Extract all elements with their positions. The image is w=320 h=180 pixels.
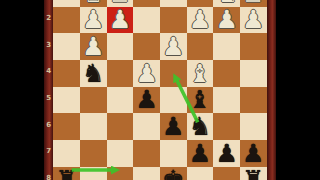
square-b8[interactable] <box>213 167 240 180</box>
chess-thumbnail: ♚♜♞♜♟♟♟♟♟♟♟♞♟♝♟♝♟♞♟♟♟♜♚♜ 2345678 <box>0 0 320 180</box>
square-c6[interactable]: ♞ <box>187 113 214 140</box>
white-knight-b1: ♞ <box>213 0 240 7</box>
square-g2[interactable]: ♟ <box>80 7 107 34</box>
square-f4[interactable] <box>107 60 134 87</box>
black-knight-c6: ♞ <box>187 113 214 140</box>
square-e2[interactable] <box>133 7 160 34</box>
square-b5[interactable] <box>213 87 240 114</box>
black-knight-g4: ♞ <box>80 60 107 87</box>
square-h5[interactable] <box>53 87 80 114</box>
square-g3[interactable]: ♟ <box>80 33 107 60</box>
white-pawn-d3: ♟ <box>160 33 187 60</box>
white-pawn-b2: ♟ <box>213 7 240 34</box>
square-d4[interactable] <box>160 60 187 87</box>
white-rook-a1: ♜ <box>240 0 267 7</box>
square-a6[interactable] <box>240 113 267 140</box>
square-d1[interactable] <box>160 0 187 7</box>
white-pawn-a2: ♟ <box>240 7 267 34</box>
white-pawn-f2: ♟ <box>107 7 134 34</box>
square-g4[interactable]: ♞ <box>80 60 107 87</box>
white-rook-f1: ♜ <box>107 0 134 7</box>
white-pawn-g2: ♟ <box>80 7 107 34</box>
square-e6[interactable] <box>133 113 160 140</box>
square-a3[interactable] <box>240 33 267 60</box>
square-f1[interactable]: ♜ <box>107 0 134 7</box>
square-e5[interactable]: ♟ <box>133 87 160 114</box>
square-g1[interactable]: ♚ <box>80 0 107 7</box>
square-h3[interactable] <box>53 33 80 60</box>
square-c3[interactable] <box>187 33 214 60</box>
square-c7[interactable]: ♟ <box>187 140 214 167</box>
square-a5[interactable] <box>240 87 267 114</box>
square-a8[interactable]: ♜ <box>240 167 267 180</box>
square-e4[interactable]: ♟ <box>133 60 160 87</box>
square-b2[interactable]: ♟ <box>213 7 240 34</box>
black-pawn-c7: ♟ <box>187 140 214 167</box>
white-pawn-g3: ♟ <box>80 33 107 60</box>
square-f7[interactable] <box>107 140 134 167</box>
square-h2[interactable] <box>53 7 80 34</box>
square-a1[interactable]: ♜ <box>240 0 267 7</box>
square-f8[interactable] <box>107 167 134 180</box>
square-b3[interactable] <box>213 33 240 60</box>
square-a4[interactable] <box>240 60 267 87</box>
square-f3[interactable] <box>107 33 134 60</box>
square-h4[interactable] <box>53 60 80 87</box>
square-g5[interactable] <box>80 87 107 114</box>
square-f5[interactable] <box>107 87 134 114</box>
square-g7[interactable] <box>80 140 107 167</box>
square-f2[interactable]: ♟ <box>107 7 134 34</box>
black-rook-a8: ♜ <box>240 167 267 180</box>
white-king-g1: ♚ <box>80 0 107 7</box>
white-pawn-c2: ♟ <box>187 7 214 34</box>
square-a7[interactable]: ♟ <box>240 140 267 167</box>
chess-board: ♚♜♞♜♟♟♟♟♟♟♟♞♟♝♟♝♟♞♟♟♟♜♚♜ <box>53 0 266 180</box>
square-c5[interactable]: ♝ <box>187 87 214 114</box>
white-bishop-c4: ♝ <box>187 60 214 87</box>
square-d8[interactable]: ♚ <box>160 167 187 180</box>
square-f6[interactable] <box>107 113 134 140</box>
square-d3[interactable]: ♟ <box>160 33 187 60</box>
square-e8[interactable] <box>133 167 160 180</box>
white-pawn-e4: ♟ <box>133 60 160 87</box>
square-h8[interactable]: ♜ <box>53 167 80 180</box>
square-d7[interactable] <box>160 140 187 167</box>
square-g6[interactable] <box>80 113 107 140</box>
square-h6[interactable] <box>53 113 80 140</box>
square-g8[interactable] <box>80 167 107 180</box>
square-d2[interactable] <box>160 7 187 34</box>
black-king-d8: ♚ <box>160 167 187 180</box>
square-c2[interactable]: ♟ <box>187 7 214 34</box>
square-b4[interactable] <box>213 60 240 87</box>
board-frame-right <box>267 0 276 180</box>
square-h7[interactable] <box>53 140 80 167</box>
black-rook-h8: ♜ <box>53 167 80 180</box>
square-c4[interactable]: ♝ <box>187 60 214 87</box>
square-c8[interactable] <box>187 167 214 180</box>
board-frame-left <box>44 0 53 180</box>
square-d5[interactable] <box>160 87 187 114</box>
square-a2[interactable]: ♟ <box>240 7 267 34</box>
square-c1[interactable] <box>187 0 214 7</box>
black-pawn-b7: ♟ <box>213 140 240 167</box>
black-bishop-c5: ♝ <box>187 87 214 114</box>
square-h1[interactable] <box>53 0 80 7</box>
square-b7[interactable]: ♟ <box>213 140 240 167</box>
square-b1[interactable]: ♞ <box>213 0 240 7</box>
square-e3[interactable] <box>133 33 160 60</box>
black-pawn-d6: ♟ <box>160 113 187 140</box>
black-pawn-a7: ♟ <box>240 140 267 167</box>
square-d6[interactable]: ♟ <box>160 113 187 140</box>
square-e7[interactable] <box>133 140 160 167</box>
black-pawn-e5: ♟ <box>133 87 160 114</box>
square-b6[interactable] <box>213 113 240 140</box>
square-e1[interactable] <box>133 0 160 7</box>
